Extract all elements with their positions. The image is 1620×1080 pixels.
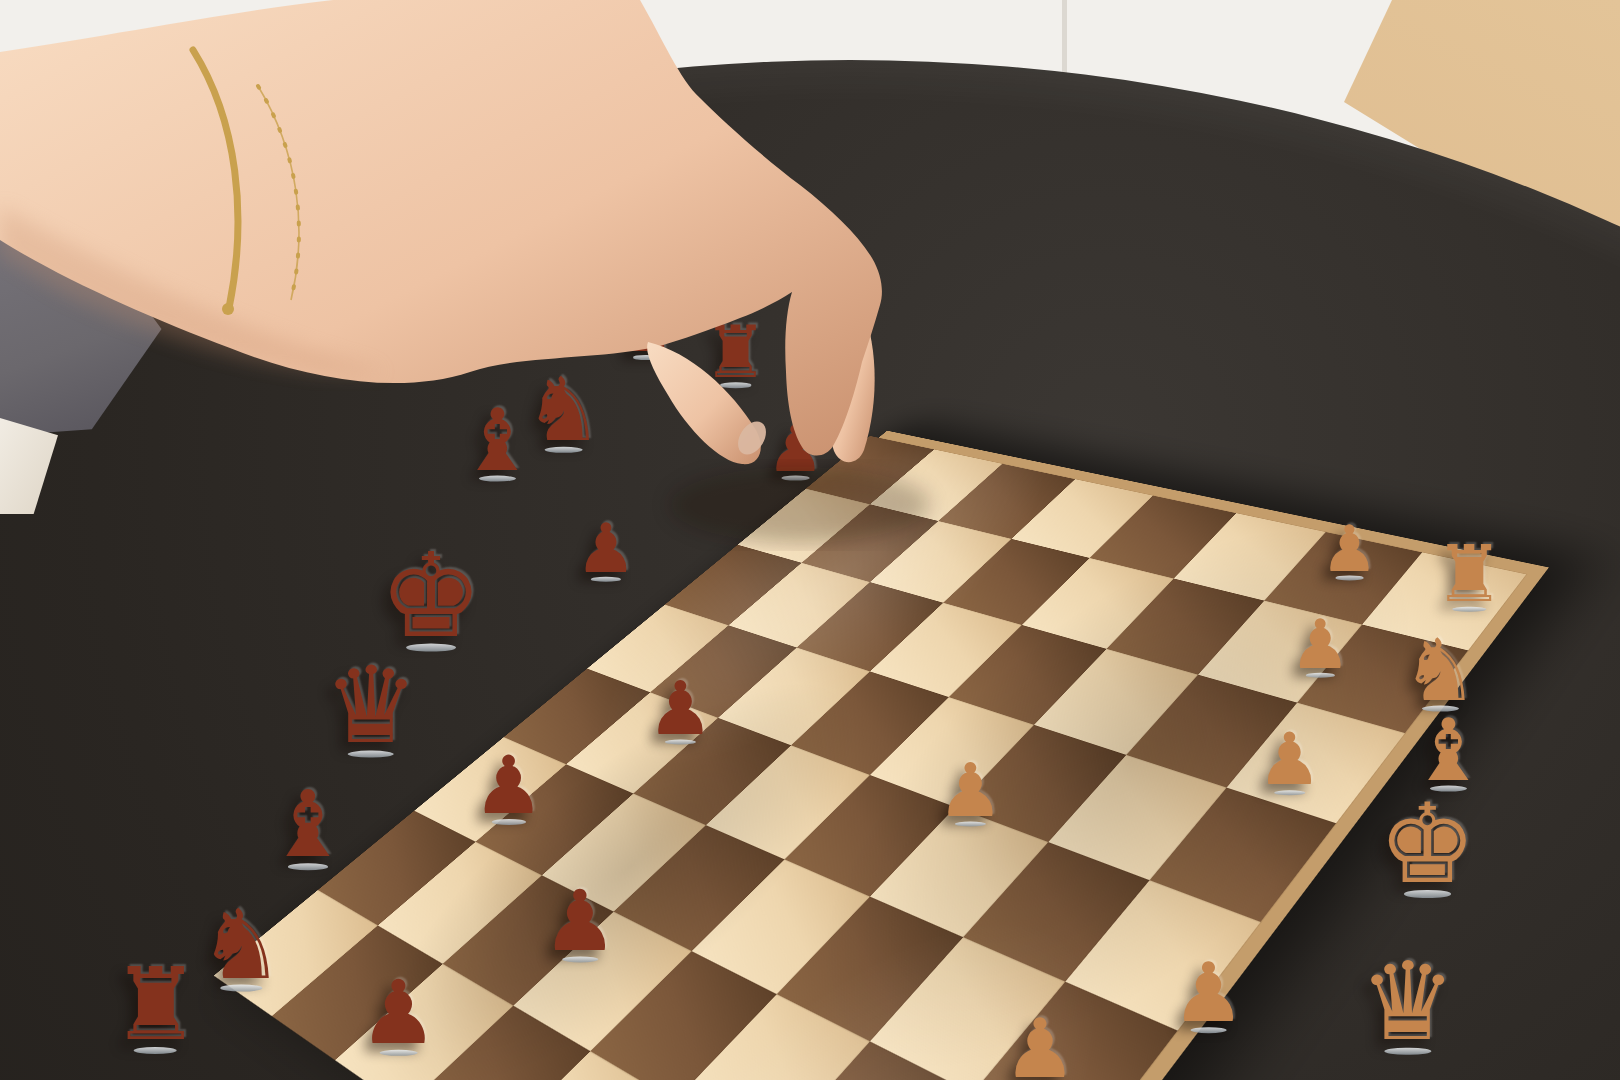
- chess-piece-light-p[interactable]: ♟: [937, 753, 1003, 827]
- chess-piece-dark-n[interactable]: ♞: [524, 366, 603, 454]
- chess-piece-dark-k[interactable]: ♚: [379, 537, 483, 653]
- chess-piece-light-p[interactable]: ♟: [1321, 517, 1378, 581]
- chess-piece-light-p[interactable]: ♟: [1003, 1008, 1077, 1080]
- chess-piece-dark-p[interactable]: ♟: [542, 879, 617, 963]
- chess-piece-light-p[interactable]: ♟: [1290, 611, 1351, 679]
- chess-piece-dark-n[interactable]: ♞: [198, 896, 284, 992]
- chess-piece-light-k[interactable]: ♚: [1378, 789, 1477, 899]
- chess-piece-light-p[interactable]: ♟: [1257, 724, 1322, 796]
- chess-piece-dark-r[interactable]: ♜: [703, 316, 768, 388]
- pieces-layer: ♜♞♝♛♚♝♞♜♟♟♟♟♟♟♟♜♞♝♚♛♟♟♟♟♟♟: [0, 0, 1620, 1080]
- chess-piece-dark-b[interactable]: ♝: [459, 397, 536, 483]
- chess-piece-dark-r[interactable]: ♜: [111, 955, 201, 1055]
- chess-photo-scene: ♜♞♝♛♚♝♞♜♟♟♟♟♟♟♟♜♞♝♚♛♟♟♟♟♟♟: [0, 0, 1620, 1080]
- chess-piece-light-r[interactable]: ♜: [1434, 535, 1504, 613]
- chess-piece-dark-q[interactable]: ♛: [323, 653, 418, 759]
- chess-piece-light-p[interactable]: ♟: [1172, 952, 1246, 1034]
- chess-piece-dark-p[interactable]: ♟: [359, 968, 438, 1056]
- chess-piece-dark-b[interactable]: ♝: [267, 779, 349, 871]
- chess-piece-dark-p[interactable]: ♟: [575, 514, 636, 582]
- chess-piece-light-q[interactable]: ♛: [1359, 948, 1456, 1056]
- chess-piece-dark-p[interactable]: ♟: [767, 417, 824, 481]
- chess-piece-dark-p[interactable]: ♟: [619, 300, 673, 360]
- chess-piece-dark-p[interactable]: ♟: [647, 671, 713, 745]
- chess-piece-dark-p[interactable]: ♟: [473, 746, 545, 826]
